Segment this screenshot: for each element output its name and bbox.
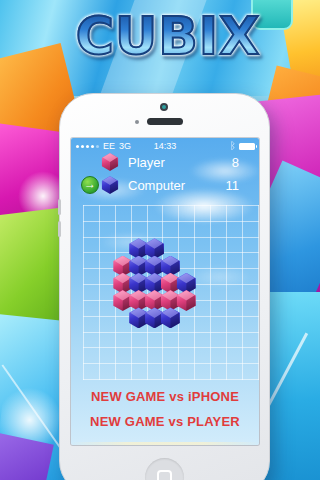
- turn-arrow-icon: →: [81, 176, 99, 194]
- pink-gem: [176, 290, 197, 311]
- game-board[interactable]: [83, 205, 259, 380]
- battery-icon: [239, 143, 255, 150]
- proximity-sensor-icon: [135, 120, 139, 124]
- player-score-row: Player 8: [71, 152, 259, 172]
- player-score-value: 8: [232, 155, 239, 170]
- game-screen: EE 3G 14:33 ᛒ Player 8 → Computer 11: [71, 138, 259, 445]
- computer-label: Computer: [128, 178, 185, 193]
- player-label: Player: [128, 155, 165, 170]
- new-game-vs-iphone-button[interactable]: NEW GAME vs iPHONE: [71, 389, 259, 404]
- app-logo: CUBIX: [76, 10, 260, 62]
- earpiece-speaker: [147, 118, 183, 125]
- pink-gem-icon: [101, 153, 119, 171]
- volume-up-button: [58, 199, 61, 215]
- front-camera-icon: [160, 103, 168, 111]
- phone-frame: EE 3G 14:33 ᛒ Player 8 → Computer 11: [59, 93, 270, 480]
- bluetooth-icon: ᛒ: [230, 141, 236, 151]
- volume-down-button: [58, 221, 61, 237]
- app-screenshot: CUBIX EE 3G 14:33: [0, 0, 320, 480]
- blue-gem-icon: [101, 176, 119, 194]
- new-game-vs-player-button[interactable]: NEW GAME vs PLAYER: [71, 414, 259, 429]
- home-button: [145, 458, 184, 480]
- computer-score-value: 11: [226, 178, 240, 193]
- computer-score-row: → Computer 11: [71, 175, 259, 195]
- blue-gem: [160, 307, 181, 328]
